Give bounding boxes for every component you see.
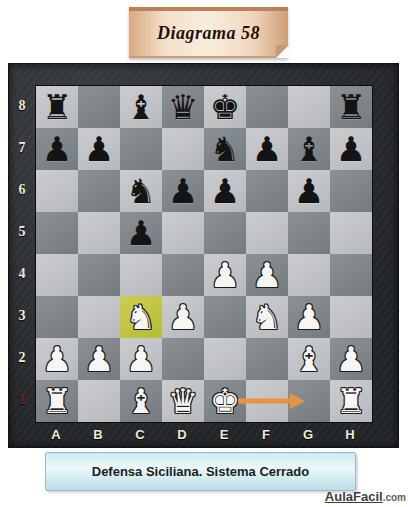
- piece-black-pawn-d6: ♟: [162, 170, 204, 212]
- square-a6: [36, 170, 78, 212]
- watermark-suffix: .com: [383, 492, 406, 503]
- square-e8: ♚: [204, 86, 246, 128]
- square-h7: ♟: [330, 128, 372, 170]
- piece-white-pawn-a2: ♟: [36, 338, 78, 380]
- square-g1: [288, 380, 330, 422]
- square-g8: [288, 86, 330, 128]
- square-g2: ♝: [288, 338, 330, 380]
- piece-white-pawn-c2: ♟: [120, 338, 162, 380]
- square-c4: [120, 254, 162, 296]
- piece-black-queen-d8: ♛: [162, 86, 204, 128]
- piece-white-rook-h1: ♜: [330, 380, 372, 422]
- piece-black-pawn-g6: ♟: [288, 170, 330, 212]
- piece-black-pawn-a7: ♟: [36, 128, 78, 170]
- square-a8: ♜: [36, 86, 78, 128]
- square-f4: ♟: [246, 254, 288, 296]
- square-f6: [246, 170, 288, 212]
- piece-black-knight-c6: ♞: [120, 170, 162, 212]
- rank-label-1: 1: [9, 379, 35, 421]
- page-curl-decoration: [276, 45, 289, 58]
- piece-white-rook-a1: ♜: [36, 380, 78, 422]
- square-a4: [36, 254, 78, 296]
- piece-black-rook-h8: ♜: [330, 86, 372, 128]
- square-b1: [78, 380, 120, 422]
- square-e3: [204, 296, 246, 338]
- caption-banner: Defensa Siciliana. Sistema Cerrado: [45, 452, 356, 491]
- square-f2: [246, 338, 288, 380]
- file-label-f: F: [245, 422, 287, 448]
- square-b4: [78, 254, 120, 296]
- chess-board-frame: 87654321 ♜♝♛♚♜♟♟♞♟♝♟♞♟♟♟♟♟♟♞♟♞♟♟♟♟♝♟♜♝♛♚…: [8, 63, 399, 448]
- piece-white-pawn-f4: ♟: [246, 254, 288, 296]
- square-f5: [246, 212, 288, 254]
- file-label-e: E: [203, 422, 245, 448]
- piece-white-bishop-c1: ♝: [120, 380, 162, 422]
- square-h2: ♟: [330, 338, 372, 380]
- square-e2: [204, 338, 246, 380]
- piece-white-pawn-d3: ♟: [162, 296, 204, 338]
- piece-white-pawn-b2: ♟: [78, 338, 120, 380]
- piece-black-king-e8: ♚: [204, 86, 246, 128]
- square-d1: ♛: [162, 380, 204, 422]
- square-h5: [330, 212, 372, 254]
- square-a3: [36, 296, 78, 338]
- square-b5: [78, 212, 120, 254]
- square-d3: ♟: [162, 296, 204, 338]
- file-label-c: C: [119, 422, 161, 448]
- square-d5: [162, 212, 204, 254]
- file-label-h: H: [329, 422, 371, 448]
- square-c5: ♟: [120, 212, 162, 254]
- chess-board: ♜♝♛♚♜♟♟♞♟♝♟♞♟♟♟♟♟♟♞♟♞♟♟♟♟♝♟♜♝♛♚♜: [35, 85, 373, 423]
- square-d6: ♟: [162, 170, 204, 212]
- square-h6: [330, 170, 372, 212]
- square-c1: ♝: [120, 380, 162, 422]
- piece-white-knight-f3: ♞: [246, 296, 288, 338]
- piece-black-pawn-c5: ♟: [120, 212, 162, 254]
- rank-label-6: 6: [9, 169, 35, 211]
- square-a2: ♟: [36, 338, 78, 380]
- square-e6: ♟: [204, 170, 246, 212]
- piece-black-bishop-g7: ♝: [288, 128, 330, 170]
- square-a1: ♜: [36, 380, 78, 422]
- piece-white-queen-d1: ♛: [162, 380, 204, 422]
- square-c8: ♝: [120, 86, 162, 128]
- square-a7: ♟: [36, 128, 78, 170]
- square-g5: [288, 212, 330, 254]
- file-label-g: G: [287, 422, 329, 448]
- diagram-title-banner: Diagrama 58: [129, 7, 288, 58]
- rank-label-2: 2: [9, 337, 35, 379]
- square-h1: ♜: [330, 380, 372, 422]
- piece-white-pawn-e4: ♟: [204, 254, 246, 296]
- diagram-title: Diagrama 58: [157, 23, 260, 44]
- square-b3: [78, 296, 120, 338]
- square-d7: [162, 128, 204, 170]
- file-label-b: B: [77, 422, 119, 448]
- square-d4: [162, 254, 204, 296]
- square-g7: ♝: [288, 128, 330, 170]
- file-label-a: A: [35, 422, 77, 448]
- square-g6: ♟: [288, 170, 330, 212]
- square-e5: [204, 212, 246, 254]
- square-d8: ♛: [162, 86, 204, 128]
- square-f1: [246, 380, 288, 422]
- rank-label-7: 7: [9, 127, 35, 169]
- square-c7: [120, 128, 162, 170]
- square-c2: ♟: [120, 338, 162, 380]
- rank-labels: 87654321: [9, 85, 35, 421]
- square-c6: ♞: [120, 170, 162, 212]
- square-g3: ♟: [288, 296, 330, 338]
- opening-name-label: Defensa Siciliana. Sistema Cerrado: [92, 464, 309, 479]
- square-c3: ♞: [120, 296, 162, 338]
- piece-black-pawn-f7: ♟: [246, 128, 288, 170]
- square-f8: [246, 86, 288, 128]
- rank-label-3: 3: [9, 295, 35, 337]
- piece-black-pawn-b7: ♟: [78, 128, 120, 170]
- square-h8: ♜: [330, 86, 372, 128]
- watermark: AulaFacil.com: [325, 487, 406, 505]
- piece-white-knight-c3: ♞: [120, 296, 162, 338]
- square-d2: [162, 338, 204, 380]
- watermark-brand: AulaFacil: [325, 489, 383, 504]
- piece-white-bishop-g2: ♝: [288, 338, 330, 380]
- rank-label-5: 5: [9, 211, 35, 253]
- piece-black-knight-e7: ♞: [204, 128, 246, 170]
- square-b6: [78, 170, 120, 212]
- square-f3: ♞: [246, 296, 288, 338]
- file-label-d: D: [161, 422, 203, 448]
- piece-black-pawn-e6: ♟: [204, 170, 246, 212]
- rank-label-8: 8: [9, 85, 35, 127]
- piece-black-pawn-h7: ♟: [330, 128, 372, 170]
- square-b2: ♟: [78, 338, 120, 380]
- square-b7: ♟: [78, 128, 120, 170]
- piece-white-pawn-g3: ♟: [288, 296, 330, 338]
- piece-white-pawn-h2: ♟: [330, 338, 372, 380]
- piece-white-king-e1: ♚: [204, 380, 246, 422]
- square-e7: ♞: [204, 128, 246, 170]
- square-g4: [288, 254, 330, 296]
- square-a5: [36, 212, 78, 254]
- file-labels: ABCDEFGH: [35, 422, 371, 448]
- square-b8: [78, 86, 120, 128]
- square-e1: ♚: [204, 380, 246, 422]
- piece-black-rook-a8: ♜: [36, 86, 78, 128]
- piece-black-bishop-c8: ♝: [120, 86, 162, 128]
- square-h4: [330, 254, 372, 296]
- rank-label-4: 4: [9, 253, 35, 295]
- square-e4: ♟: [204, 254, 246, 296]
- square-f7: ♟: [246, 128, 288, 170]
- square-h3: [330, 296, 372, 338]
